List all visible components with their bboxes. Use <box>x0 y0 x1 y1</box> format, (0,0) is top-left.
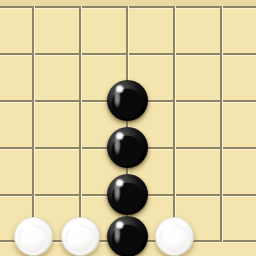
board-point-empty[interactable] <box>73 94 87 108</box>
board-point-empty[interactable] <box>214 94 228 108</box>
board-point-empty[interactable] <box>214 141 228 155</box>
board-point-empty[interactable] <box>73 188 87 202</box>
board-point-empty[interactable] <box>167 94 181 108</box>
grid-vline <box>32 6 34 242</box>
board-point-empty[interactable] <box>26 188 40 202</box>
board-point-empty[interactable] <box>26 141 40 155</box>
board-point-empty[interactable] <box>26 47 40 61</box>
stone-glyph: ○ <box>14 217 53 256</box>
board-point-empty[interactable] <box>26 0 40 14</box>
white-stone: ○ <box>155 217 194 256</box>
black-stone: ● <box>107 174 148 215</box>
board-point-empty[interactable] <box>214 47 228 61</box>
board-point-empty[interactable] <box>214 188 228 202</box>
board-point-empty[interactable] <box>167 0 181 14</box>
board-point-empty[interactable] <box>214 0 228 14</box>
black-stone: ● <box>107 80 148 121</box>
grid-vline <box>220 6 222 242</box>
board-point-empty[interactable] <box>120 0 134 14</box>
black-stone: ● <box>107 216 148 256</box>
grid-vline <box>79 6 81 242</box>
board-point-empty[interactable] <box>26 94 40 108</box>
board-point-empty[interactable] <box>73 0 87 14</box>
white-stone: ○ <box>14 217 53 256</box>
board-point-empty[interactable] <box>120 47 134 61</box>
black-stone: ● <box>107 127 148 168</box>
board-point-empty[interactable] <box>167 188 181 202</box>
stone-glyph: ● <box>107 216 148 256</box>
board-point-empty[interactable] <box>167 47 181 61</box>
board-point-empty[interactable] <box>73 47 87 61</box>
stone-glyph: ○ <box>155 217 194 256</box>
board-point-empty[interactable] <box>214 234 228 248</box>
board-point-empty[interactable] <box>167 141 181 155</box>
stone-glyph: ● <box>107 174 148 215</box>
white-stone: ○ <box>61 217 100 256</box>
stone-glyph: ● <box>107 127 148 168</box>
stone-glyph: ● <box>107 80 148 121</box>
gomoku-board: ●●●○○●○ <box>0 0 256 256</box>
board-point-empty[interactable] <box>73 141 87 155</box>
stone-glyph: ○ <box>61 217 100 256</box>
grid-vline <box>173 6 175 242</box>
